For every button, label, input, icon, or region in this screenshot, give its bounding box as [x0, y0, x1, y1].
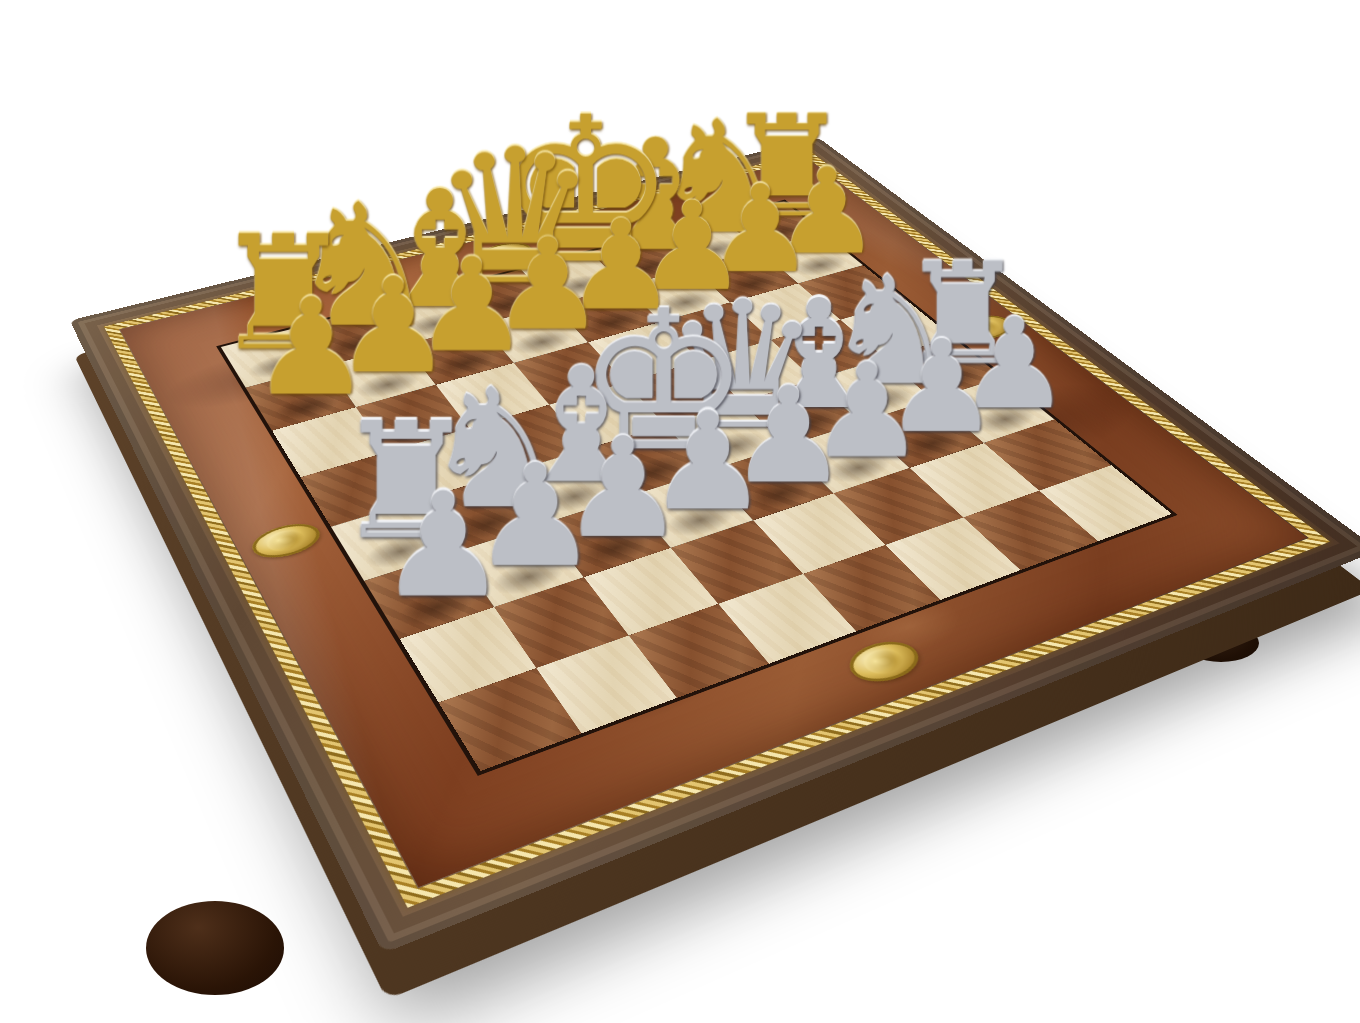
piece-silver-pawn-a3[interactable]: ♟ — [312, 473, 574, 617]
board-foot-left — [146, 901, 284, 995]
scene: ♜♞♝♛♚♝♞♜♟♟♟♟♟♟♟♟♜♞♝♚♛♝♞♜♟♟♟♟♟♟♟♟ — [0, 0, 1360, 1023]
chess-board: ♜♞♝♛♚♝♞♜♟♟♟♟♟♟♟♟♜♞♝♚♛♝♞♜♟♟♟♟♟♟♟♟ — [70, 138, 1360, 954]
